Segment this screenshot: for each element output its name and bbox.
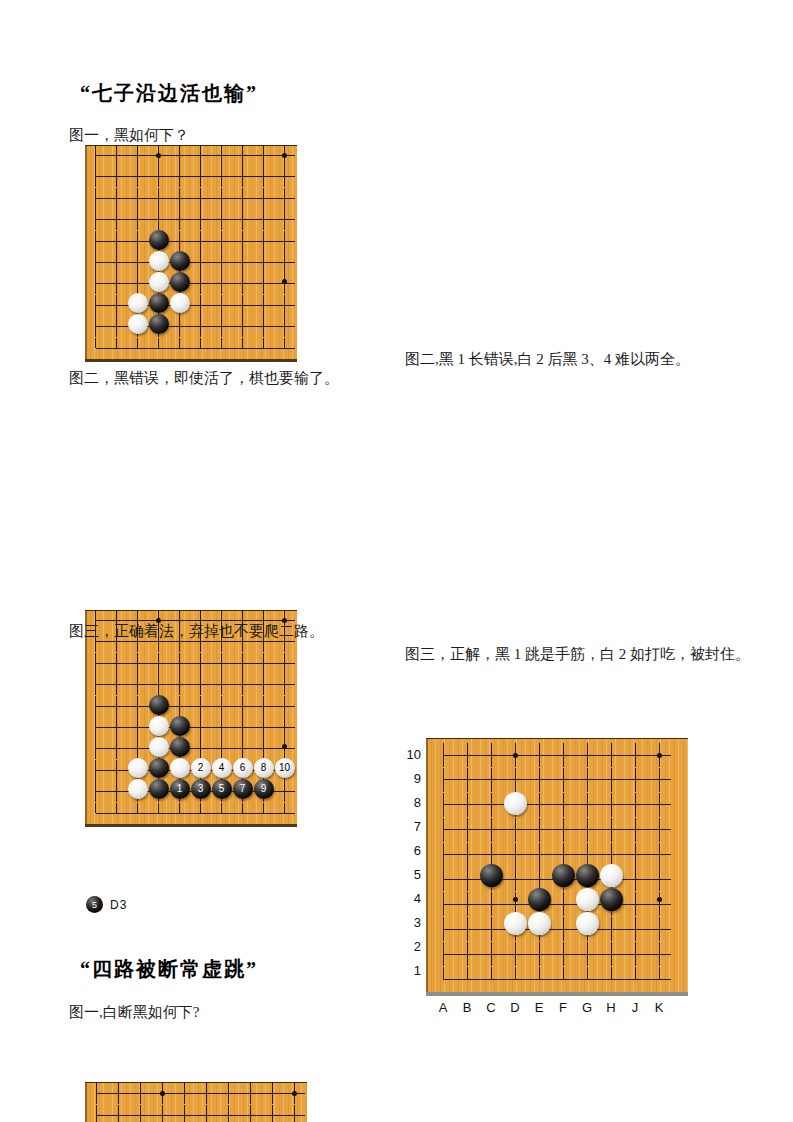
board-cell — [106, 674, 127, 695]
board-cell — [455, 843, 479, 867]
black-stone-F2-move-3: 3 — [191, 779, 211, 799]
board-cell — [129, 1082, 151, 1104]
board-cell — [211, 803, 232, 824]
board-cell — [127, 273, 148, 294]
black-stone-D2 — [149, 314, 169, 334]
board-cell — [127, 252, 148, 273]
white-stone-E3 — [170, 293, 190, 313]
board-cell — [551, 843, 575, 867]
board-cell — [623, 793, 647, 817]
board-cell — [455, 917, 479, 941]
board-cell — [148, 803, 169, 824]
board-cell — [479, 743, 503, 767]
board-cell — [106, 188, 127, 209]
board-cell — [85, 209, 106, 230]
board-cell — [106, 273, 127, 294]
go-board-lesson2-fig1: 10987654321ABCDEFGHJK — [426, 738, 688, 996]
board-cell — [127, 653, 148, 674]
board-cell — [551, 917, 575, 941]
board-cell — [455, 818, 479, 842]
board-cell — [599, 793, 623, 817]
board-cell — [127, 188, 148, 209]
board-cell — [211, 738, 232, 759]
board-cell — [127, 738, 148, 759]
board-cell — [190, 166, 211, 187]
board-cell — [599, 768, 623, 792]
board-cell — [253, 273, 274, 294]
board-cell — [211, 316, 232, 337]
board-cell — [85, 338, 106, 359]
board-cell — [127, 231, 148, 252]
board-cell — [253, 252, 274, 273]
black-stone-D3 — [149, 758, 169, 778]
board-cell — [217, 1105, 239, 1122]
lesson1-title: “七子沿边活也输” — [80, 80, 258, 107]
board-cell — [599, 942, 623, 966]
board-cell — [169, 145, 190, 166]
black-stone-G5 — [576, 864, 599, 887]
star-point — [160, 1091, 165, 1096]
white-stone-D3 — [504, 912, 527, 935]
board-cell — [127, 166, 148, 187]
white-stone-D5 — [149, 251, 169, 271]
board-cell — [169, 696, 190, 717]
col-label-K: K — [650, 1000, 668, 1015]
board-cell — [85, 1082, 107, 1104]
board-cell — [190, 338, 211, 359]
board-cell — [479, 892, 503, 916]
board-cell — [623, 843, 647, 867]
board-cell — [85, 717, 106, 738]
board-cell — [431, 867, 455, 891]
row-label-3: 3 — [399, 915, 421, 930]
black-stone-H2-move-7: 7 — [233, 779, 253, 799]
board-cell — [647, 768, 671, 792]
board-cell — [623, 818, 647, 842]
board-cell — [647, 843, 671, 867]
board-cell — [283, 1105, 305, 1122]
col-label-D: D — [506, 1000, 524, 1015]
white-stone-D4 — [149, 737, 169, 757]
board-cell — [575, 793, 599, 817]
board-cell — [253, 696, 274, 717]
white-stone-G3-move-4: 4 — [212, 758, 232, 778]
col-label-C: C — [482, 1000, 500, 1015]
board-cell — [211, 252, 232, 273]
white-stone-D8 — [504, 792, 527, 815]
board-cell — [211, 653, 232, 674]
board-cell — [551, 768, 575, 792]
board-cell — [274, 231, 295, 252]
board-cell — [274, 717, 295, 738]
row-label-6: 6 — [399, 843, 421, 858]
board-cell — [106, 696, 127, 717]
black-stone-H4 — [600, 888, 623, 911]
board-cell — [274, 209, 295, 230]
board-cell — [253, 231, 274, 252]
board-cell — [85, 696, 106, 717]
board-cell — [479, 768, 503, 792]
board-cell — [85, 738, 106, 759]
board-cell — [232, 145, 253, 166]
board-cell — [274, 674, 295, 695]
board-cell — [551, 743, 575, 767]
board-cell — [190, 738, 211, 759]
board-cell — [190, 273, 211, 294]
board-cell — [148, 166, 169, 187]
board-cell — [107, 1105, 129, 1122]
board-cell — [274, 803, 295, 824]
board-cell — [232, 252, 253, 273]
board-cell — [431, 942, 455, 966]
board-cell — [274, 781, 295, 802]
board-cell — [253, 717, 274, 738]
col-label-H: H — [602, 1000, 620, 1015]
board-cell — [169, 231, 190, 252]
board-cell — [148, 188, 169, 209]
board-cell — [575, 743, 599, 767]
lesson2-fig2-caption: 图二,黑 1 长错误,白 2 后黑 3、4 难以两全。 — [405, 350, 690, 369]
black-stone-E2-move-1: 1 — [170, 779, 190, 799]
board-cell — [106, 738, 127, 759]
board-cell — [551, 967, 575, 991]
lesson2-title: “四路被断常虚跳” — [80, 956, 258, 983]
row-label-4: 4 — [399, 891, 421, 906]
board-cell — [85, 674, 106, 695]
board-cell — [623, 743, 647, 767]
board-cell — [232, 696, 253, 717]
board-cell — [211, 209, 232, 230]
board-cell — [623, 892, 647, 916]
board-cell — [127, 803, 148, 824]
board-cell — [431, 743, 455, 767]
board-cell — [503, 942, 527, 966]
star-point — [282, 744, 287, 749]
board-cell — [431, 768, 455, 792]
board-cell — [232, 209, 253, 230]
board-cell — [455, 793, 479, 817]
board-cell — [127, 338, 148, 359]
board-cell — [85, 1105, 107, 1122]
board-cell — [217, 1082, 239, 1104]
board-cell — [106, 760, 127, 781]
board-cell — [106, 231, 127, 252]
board-cell — [431, 793, 455, 817]
board-cell — [169, 338, 190, 359]
board-cell — [106, 803, 127, 824]
white-stone-H5 — [600, 864, 623, 887]
board-cell — [253, 674, 274, 695]
board-cell — [211, 273, 232, 294]
board-cell — [647, 867, 671, 891]
black-stone-E4 — [528, 888, 551, 911]
legend-coordinate: D3 — [110, 898, 127, 912]
board-cell — [455, 942, 479, 966]
black-stone-E5 — [170, 716, 190, 736]
board-cell — [169, 803, 190, 824]
board-cell — [211, 166, 232, 187]
board-cell — [232, 316, 253, 337]
board-cell — [106, 295, 127, 316]
board-cell — [431, 967, 455, 991]
white-stone-G3 — [576, 912, 599, 935]
board-cell — [232, 717, 253, 738]
col-label-F: F — [554, 1000, 572, 1015]
board-cell — [106, 653, 127, 674]
board-cell — [211, 295, 232, 316]
board-cell — [479, 917, 503, 941]
board-cell — [503, 843, 527, 867]
board-cell — [455, 892, 479, 916]
black-stone-D3 — [149, 293, 169, 313]
white-stone-G4 — [576, 888, 599, 911]
row-label-1: 1 — [399, 963, 421, 978]
board-cell — [85, 781, 106, 802]
black-stone-D6 — [149, 695, 169, 715]
board-cell — [106, 166, 127, 187]
board-cell — [274, 316, 295, 337]
board-cell — [148, 209, 169, 230]
board-cell — [232, 166, 253, 187]
board-cell — [85, 653, 106, 674]
board-cell — [106, 252, 127, 273]
board-cell — [85, 166, 106, 187]
board-cell — [190, 188, 211, 209]
board-cell — [527, 743, 551, 767]
white-stone-F3-move-2: 2 — [191, 758, 211, 778]
lesson1-fig1-caption: 图一，黑如何下？ — [69, 126, 189, 145]
board-cell — [106, 145, 127, 166]
white-stone-D4 — [149, 272, 169, 292]
board-cell — [190, 295, 211, 316]
board-cell — [232, 295, 253, 316]
board-cell — [479, 942, 503, 966]
row-label-7: 7 — [399, 819, 421, 834]
board-cell — [274, 338, 295, 359]
board-cell — [195, 1105, 217, 1122]
board-cell — [190, 209, 211, 230]
board-cell — [127, 674, 148, 695]
board-cell — [479, 843, 503, 867]
board-cell — [551, 793, 575, 817]
board-cell — [190, 653, 211, 674]
black-stone-E4 — [170, 272, 190, 292]
board-cell — [169, 316, 190, 337]
lesson1-fig2-caption: 图二，黑错误，即使活了，棋也要输了。 — [69, 369, 339, 388]
board-cell — [190, 717, 211, 738]
board-cell — [190, 316, 211, 337]
board-cell — [274, 653, 295, 674]
board-cell — [169, 188, 190, 209]
board-cell — [527, 843, 551, 867]
board-cell — [503, 818, 527, 842]
board-cell — [232, 231, 253, 252]
board-cell — [647, 793, 671, 817]
board-cell — [169, 209, 190, 230]
col-label-G: G — [578, 1000, 596, 1015]
board-cell — [106, 717, 127, 738]
star-point — [282, 279, 287, 284]
board-cell — [527, 942, 551, 966]
board-cell — [455, 768, 479, 792]
star-point — [513, 897, 518, 902]
black-stone-E5 — [170, 251, 190, 271]
board-cell — [647, 967, 671, 991]
board-cell — [211, 231, 232, 252]
board-cell — [211, 674, 232, 695]
star-point — [513, 753, 518, 758]
board-cell — [527, 967, 551, 991]
col-label-E: E — [530, 1000, 548, 1015]
board-cell — [173, 1082, 195, 1104]
row-label-5: 5 — [399, 867, 421, 882]
board-cell — [527, 818, 551, 842]
board-cell — [599, 843, 623, 867]
board-cell — [253, 209, 274, 230]
board-cell — [85, 760, 106, 781]
board-cell — [211, 145, 232, 166]
board-cell — [190, 674, 211, 695]
go-lesson-page: { "game": "go (weiqi) — teaching diagram… — [0, 0, 793, 1122]
board-cell — [190, 145, 211, 166]
board-cell — [551, 942, 575, 966]
board-cell — [169, 653, 190, 674]
board-cell — [431, 818, 455, 842]
board-cell — [274, 252, 295, 273]
board-cell — [575, 942, 599, 966]
board-cell — [575, 843, 599, 867]
white-stone-C2 — [128, 314, 148, 334]
board-cell — [647, 818, 671, 842]
board-cell — [575, 818, 599, 842]
black-stone-F5 — [552, 864, 575, 887]
board-cell — [623, 867, 647, 891]
board-cell — [623, 768, 647, 792]
board-cell — [253, 188, 274, 209]
board-cell — [551, 892, 575, 916]
board-cell — [232, 653, 253, 674]
star-point — [292, 1091, 297, 1096]
star-point — [657, 753, 662, 758]
board-cell — [479, 967, 503, 991]
board-cell — [503, 867, 527, 891]
board-cell — [106, 316, 127, 337]
star-point — [282, 153, 287, 158]
board-cell — [274, 188, 295, 209]
board-cell — [253, 803, 274, 824]
board-cell — [107, 1082, 129, 1104]
board-cell — [647, 917, 671, 941]
board-cell — [455, 967, 479, 991]
board-cell — [190, 696, 211, 717]
white-stone-C3 — [128, 758, 148, 778]
white-stone-C2 — [128, 779, 148, 799]
board-cell — [253, 145, 274, 166]
board-cell — [253, 653, 274, 674]
board-cell — [85, 188, 106, 209]
board-cell — [479, 818, 503, 842]
board-cell — [232, 803, 253, 824]
board-cell — [106, 781, 127, 802]
board-cell — [647, 892, 671, 916]
board-cell — [431, 843, 455, 867]
board-cell — [527, 793, 551, 817]
board-cell — [599, 818, 623, 842]
board-cell — [211, 696, 232, 717]
row-label-2: 2 — [399, 939, 421, 954]
board-cell — [190, 803, 211, 824]
white-stone-K3-move-10: 10 — [275, 758, 295, 778]
board-cell — [253, 316, 274, 337]
board-cell — [148, 674, 169, 695]
row-label-8: 8 — [399, 795, 421, 810]
board-cell — [190, 231, 211, 252]
black-stone-D6 — [149, 230, 169, 250]
board-cell — [261, 1105, 283, 1122]
board-cell — [148, 338, 169, 359]
white-stone-E3 — [170, 758, 190, 778]
board-cell — [173, 1105, 195, 1122]
board-cell — [274, 295, 295, 316]
board-cell — [599, 917, 623, 941]
board-cell — [503, 967, 527, 991]
lesson2-fig3-caption: 图三，正解，黑 1 跳是手筋，白 2 如打吃，被封住。 — [405, 645, 750, 664]
board-cell — [85, 273, 106, 294]
board-cell — [479, 793, 503, 817]
go-board-lesson1-fig3: 12345 — [85, 1082, 307, 1122]
board-cell — [623, 967, 647, 991]
white-stone-H3-move-6: 6 — [233, 758, 253, 778]
board-cell — [647, 942, 671, 966]
board-cell — [551, 818, 575, 842]
white-stone-C3 — [128, 293, 148, 313]
board-cell — [129, 1105, 151, 1122]
black-stone-G2-move-5: 5 — [212, 779, 232, 799]
board-cell — [623, 917, 647, 941]
white-stone-E3 — [528, 912, 551, 935]
white-stone-D5 — [149, 716, 169, 736]
legend-black-stone-5: 5 — [86, 896, 103, 913]
board-cell — [623, 942, 647, 966]
board-cell — [127, 209, 148, 230]
board-cell — [575, 768, 599, 792]
board-cell — [261, 1082, 283, 1104]
col-label-A: A — [434, 1000, 452, 1015]
go-board-lesson1-fig2: 12345678910 — [85, 610, 297, 827]
board-cell — [232, 273, 253, 294]
board-cell — [85, 316, 106, 337]
board-cell — [253, 738, 274, 759]
board-cell — [239, 1105, 261, 1122]
board-cell — [151, 1105, 173, 1122]
board-cell — [195, 1082, 217, 1104]
board-cell — [169, 166, 190, 187]
board-cell — [527, 768, 551, 792]
board-cell — [85, 295, 106, 316]
board-cell — [239, 1082, 261, 1104]
board-cell — [431, 892, 455, 916]
board-cell — [211, 338, 232, 359]
board-cell — [253, 338, 274, 359]
board-cell — [232, 338, 253, 359]
board-cell — [575, 967, 599, 991]
board-cell — [503, 768, 527, 792]
go-board-lesson1-fig1 — [85, 145, 297, 362]
board-cell — [127, 717, 148, 738]
black-stone-C5 — [480, 864, 503, 887]
board-cell — [455, 867, 479, 891]
board-cell — [127, 145, 148, 166]
